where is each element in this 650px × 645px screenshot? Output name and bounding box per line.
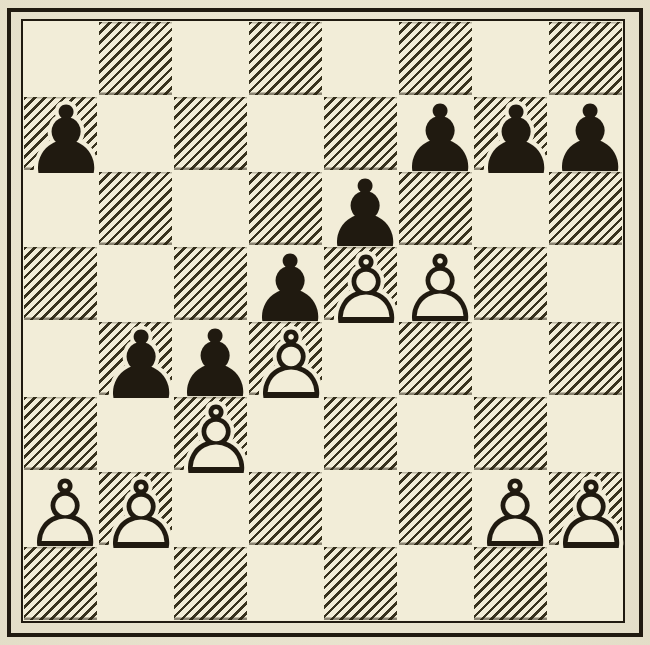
square-g2[interactable]: ♟♙ bbox=[473, 471, 548, 546]
black-pawn[interactable]: ♟♟ bbox=[323, 171, 398, 246]
white-pawn[interactable]: ♟♙ bbox=[473, 471, 548, 546]
square-a4[interactable] bbox=[23, 321, 98, 396]
square-c2[interactable] bbox=[173, 471, 248, 546]
white-pawn[interactable]: ♟♙ bbox=[249, 322, 322, 395]
square-e5[interactable]: ♟♙ bbox=[323, 246, 398, 321]
square-c4[interactable]: ♟♟ bbox=[173, 321, 248, 396]
square-a6[interactable] bbox=[23, 171, 98, 246]
square-h6[interactable] bbox=[548, 171, 623, 246]
square-f2[interactable] bbox=[398, 471, 473, 546]
square-e1[interactable] bbox=[323, 546, 398, 621]
square-e6[interactable]: ♟♟ bbox=[323, 171, 398, 246]
square-f1[interactable] bbox=[398, 546, 473, 621]
square-b5[interactable] bbox=[98, 246, 173, 321]
square-h5[interactable] bbox=[548, 246, 623, 321]
square-f3[interactable] bbox=[398, 396, 473, 471]
square-g5[interactable] bbox=[473, 246, 548, 321]
square-e3[interactable] bbox=[323, 396, 398, 471]
black-pawn[interactable]: ♟♟ bbox=[24, 97, 97, 170]
white-pawn[interactable]: ♟♙ bbox=[23, 471, 98, 546]
square-d4[interactable]: ♟♙ bbox=[248, 321, 323, 396]
square-g7[interactable]: ♟♟ bbox=[473, 96, 548, 171]
black-pawn[interactable]: ♟♟ bbox=[548, 96, 623, 171]
square-f7[interactable]: ♟♟ bbox=[398, 96, 473, 171]
square-b7[interactable] bbox=[98, 96, 173, 171]
white-pawn[interactable]: ♟♙ bbox=[549, 472, 622, 545]
chess-board: ♟♟♟♟♟♟♟♟♟♟♟♟♟♙♟♙♟♟♟♟♟♙♟♙♟♙♟♙♟♙♟♙ bbox=[23, 21, 623, 621]
white-pawn[interactable]: ♟♙ bbox=[174, 397, 247, 470]
square-b4[interactable]: ♟♟ bbox=[98, 321, 173, 396]
square-d8[interactable] bbox=[248, 21, 323, 96]
square-d1[interactable] bbox=[248, 546, 323, 621]
black-pawn[interactable]: ♟♟ bbox=[99, 322, 172, 395]
square-c3[interactable]: ♟♙ bbox=[173, 396, 248, 471]
square-a2[interactable]: ♟♙ bbox=[23, 471, 98, 546]
square-c6[interactable] bbox=[173, 171, 248, 246]
square-g1[interactable] bbox=[473, 546, 548, 621]
black-pawn[interactable]: ♟♟ bbox=[474, 97, 547, 170]
black-pawn[interactable]: ♟♟ bbox=[398, 96, 473, 171]
square-a8[interactable] bbox=[23, 21, 98, 96]
square-h4[interactable] bbox=[548, 321, 623, 396]
white-pawn[interactable]: ♟♙ bbox=[324, 247, 397, 320]
square-g4[interactable] bbox=[473, 321, 548, 396]
square-a7[interactable]: ♟♟ bbox=[23, 96, 98, 171]
square-h2[interactable]: ♟♙ bbox=[548, 471, 623, 546]
square-d2[interactable] bbox=[248, 471, 323, 546]
white-pawn[interactable]: ♟♙ bbox=[99, 472, 172, 545]
square-c8[interactable] bbox=[173, 21, 248, 96]
white-pawn[interactable]: ♟♙ bbox=[398, 246, 473, 321]
square-b6[interactable] bbox=[98, 171, 173, 246]
square-a1[interactable] bbox=[23, 546, 98, 621]
square-d7[interactable] bbox=[248, 96, 323, 171]
black-pawn[interactable]: ♟♟ bbox=[173, 321, 248, 396]
square-b8[interactable] bbox=[98, 21, 173, 96]
square-f4[interactable] bbox=[398, 321, 473, 396]
square-e4[interactable] bbox=[323, 321, 398, 396]
board-frame: ♟♟♟♟♟♟♟♟♟♟♟♟♟♙♟♙♟♟♟♟♟♙♟♙♟♙♟♙♟♙♟♙ bbox=[21, 19, 625, 623]
square-b3[interactable] bbox=[98, 396, 173, 471]
square-b2[interactable]: ♟♙ bbox=[98, 471, 173, 546]
square-f5[interactable]: ♟♙ bbox=[398, 246, 473, 321]
square-a5[interactable] bbox=[23, 246, 98, 321]
square-b1[interactable] bbox=[98, 546, 173, 621]
square-d5[interactable]: ♟♟ bbox=[248, 246, 323, 321]
square-c1[interactable] bbox=[173, 546, 248, 621]
square-d3[interactable] bbox=[248, 396, 323, 471]
square-c7[interactable] bbox=[173, 96, 248, 171]
square-g6[interactable] bbox=[473, 171, 548, 246]
black-pawn[interactable]: ♟♟ bbox=[248, 246, 323, 321]
square-h3[interactable] bbox=[548, 396, 623, 471]
square-h1[interactable] bbox=[548, 546, 623, 621]
square-e8[interactable] bbox=[323, 21, 398, 96]
square-e2[interactable] bbox=[323, 471, 398, 546]
square-h7[interactable]: ♟♟ bbox=[548, 96, 623, 171]
square-g8[interactable] bbox=[473, 21, 548, 96]
